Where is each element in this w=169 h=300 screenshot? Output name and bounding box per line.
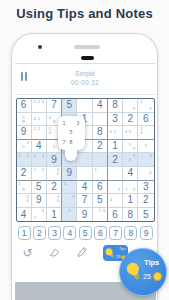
undo-icon: ↺ (22, 247, 32, 259)
cell-r5c4[interactable] (62, 153, 77, 167)
cell-r4c6[interactable]: 2 (93, 140, 108, 154)
numpad-4[interactable]: 4 (63, 226, 76, 240)
cell-r2c6[interactable] (93, 113, 108, 127)
cell-r9c3[interactable]: 1 (47, 208, 62, 222)
cell-r5c2[interactable]: 13 (32, 153, 47, 167)
coin-icon (153, 272, 162, 281)
cell-r2c5[interactable]: 1 (77, 113, 92, 127)
numpad-5[interactable]: 5 (79, 226, 92, 240)
difficulty-label: Simple (15, 69, 156, 78)
cell-r5c9[interactable]: 3 (138, 153, 153, 167)
cell-r6c2[interactable]: 13 (32, 167, 47, 181)
pencil-icon (75, 244, 88, 262)
cell-r6c1[interactable]: 2 (17, 167, 32, 181)
cell-r4c7[interactable]: 1 (108, 140, 123, 154)
cell-r1c7[interactable]: 8 (108, 99, 123, 113)
cell-r4c3[interactable]: 35 (47, 140, 62, 154)
cell-r6c5[interactable] (77, 167, 92, 181)
cell-r4c2[interactable]: 4 (32, 140, 47, 154)
cell-r9c9[interactable]: 5 (138, 208, 153, 222)
hint-count: 25 (116, 254, 120, 259)
cell-r8c6[interactable]: 5 (93, 194, 108, 208)
camera-dot (38, 45, 42, 49)
numpad-8[interactable]: 8 (124, 226, 137, 240)
cell-r5c8[interactable]: 35 (123, 153, 138, 167)
cell-r2c9[interactable]: 6 (138, 113, 153, 127)
cell-r6c8[interactable]: 4 (123, 167, 138, 181)
sudoku-board: 6123754891958454871326912148454514354352… (16, 98, 155, 222)
cell-r7c6[interactable]: 6 (93, 181, 108, 195)
cell-r1c2[interactable]: 123 (32, 99, 47, 113)
cell-r8c4[interactable]: 3 (62, 194, 77, 208)
cell-r6c3[interactable]: 36 (47, 167, 62, 181)
cell-r2c4[interactable]: 7 (62, 113, 77, 127)
cell-r9c1[interactable]: 4 (17, 208, 32, 222)
cell-r8c7[interactable]: 4 (108, 194, 123, 208)
cell-r8c1[interactable]: 36 (17, 194, 32, 208)
cell-r6c9[interactable]: 6 (138, 167, 153, 181)
game-header: Simple 00:00:32 (15, 64, 156, 95)
page-title: Using Tips and Notes (0, 0, 169, 21)
cell-r5c6[interactable] (93, 153, 108, 167)
cell-r7c9[interactable]: 3 (138, 181, 153, 195)
numpad-6[interactable]: 6 (94, 226, 107, 240)
speaker-grille (74, 45, 100, 49)
cell-r8c2[interactable]: 9 (32, 194, 47, 208)
tips-count: 25 (143, 273, 151, 280)
cell-r9c5[interactable]: 9 (77, 208, 92, 222)
cell-r1c9[interactable]: 19 (138, 99, 153, 113)
cell-r1c1[interactable]: 6 (17, 99, 32, 113)
cell-r3c5[interactable] (77, 126, 92, 140)
numpad-9[interactable]: 9 (140, 226, 153, 240)
tips-label: Tips (144, 258, 159, 267)
cell-r9c7[interactable]: 6 (108, 208, 123, 222)
numpad-3[interactable]: 3 (48, 226, 61, 240)
cell-r6c6[interactable]: 1 (93, 167, 108, 181)
cell-r3c3[interactable]: 14 (47, 126, 62, 140)
cell-r4c8[interactable]: 59 (123, 140, 138, 154)
timer: 00:00:32 (15, 78, 156, 88)
cell-r9c2[interactable]: 37 (32, 208, 47, 222)
cell-r3c7[interactable]: 45 (108, 126, 123, 140)
undo-button[interactable]: ↺ (21, 246, 35, 260)
cell-r8c3[interactable]: 36 (47, 194, 62, 208)
notes-button[interactable] (75, 246, 89, 260)
cell-r7c5[interactable]: 4 (77, 181, 92, 195)
cell-r3c6[interactable]: 8 (93, 126, 108, 140)
cell-r4c4[interactable] (62, 140, 77, 154)
cell-r8c9[interactable]: 2 (138, 194, 153, 208)
numpad-7[interactable]: 7 (109, 226, 122, 240)
cell-r5c7[interactable]: 2 (108, 153, 123, 167)
cell-r3c8[interactable]: 45 (123, 126, 138, 140)
board-area: 6123754891958454871326912148454514354352… (16, 98, 155, 222)
earpiece-notch (81, 56, 94, 60)
cell-r3c9[interactable]: 14 (138, 126, 153, 140)
cell-r2c1[interactable]: 58 (17, 113, 32, 127)
cell-r8c8[interactable]: 1 (123, 194, 138, 208)
cell-r7c7[interactable]: 9 (108, 181, 123, 195)
cell-r2c7[interactable]: 3 (108, 113, 123, 127)
cell-r8c5[interactable]: 7 (77, 194, 92, 208)
cell-r2c2[interactable]: 45 (32, 113, 47, 127)
numpad-2[interactable]: 2 (33, 226, 46, 240)
numpad-1[interactable]: 1 (18, 226, 31, 240)
hint-button-label: Tips (119, 247, 125, 251)
cell-r1c3[interactable]: 7 (47, 99, 62, 113)
cell-r5c3[interactable]: 9 (47, 153, 62, 167)
cell-r3c4[interactable] (62, 126, 77, 140)
cell-r9c6[interactable]: 23 (93, 208, 108, 222)
erase-button[interactable] (48, 246, 62, 260)
cell-r4c5[interactable] (77, 140, 92, 154)
cell-r4c9[interactable]: 5 (138, 140, 153, 154)
cell-r1c6[interactable]: 4 (93, 99, 108, 113)
cell-r2c8[interactable]: 2 (123, 113, 138, 127)
number-pad: 123456789 (16, 226, 155, 240)
tips-button-callout[interactable]: Tips 25 (119, 248, 167, 296)
cell-r9c4[interactable]: 2 (62, 208, 77, 222)
cell-r7c8[interactable]: 79 (123, 181, 138, 195)
cell-r9c8[interactable]: 8 (123, 208, 138, 222)
cell-r7c1[interactable]: 18 (17, 181, 32, 195)
cell-r6c7[interactable] (108, 167, 123, 181)
cell-r6c4[interactable]: 9 (62, 167, 77, 181)
cell-r2c3[interactable]: 48 (47, 113, 62, 127)
cell-r4c1[interactable]: 35 (17, 140, 32, 154)
cell-r5c1[interactable]: 13 (17, 153, 32, 167)
cell-r1c4[interactable]: 5 (62, 99, 77, 113)
cell-r3c1[interactable]: 9 (17, 126, 32, 140)
cell-r7c3[interactable]: 2 (47, 181, 62, 195)
cell-r1c8[interactable]: 9 (123, 99, 138, 113)
cell-r7c4[interactable]: 1 (62, 181, 77, 195)
eraser-icon (48, 244, 61, 262)
cell-r7c2[interactable]: 5 (32, 181, 47, 195)
cell-r3c2[interactable]: 12 (32, 126, 47, 140)
cell-r1c5[interactable] (77, 99, 92, 113)
cell-r5c5[interactable] (77, 153, 92, 167)
